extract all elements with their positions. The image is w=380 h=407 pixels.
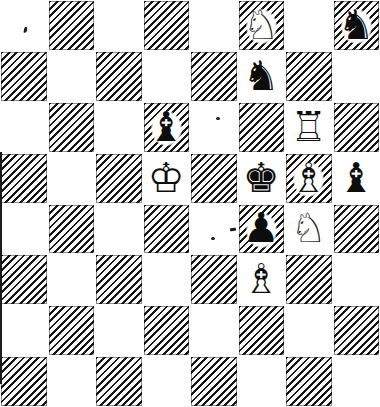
square-h5[interactable]: ♝ [333, 153, 380, 204]
square-f6[interactable] [238, 102, 286, 153]
square-c2[interactable] [95, 305, 143, 356]
square-a5[interactable] [0, 153, 48, 204]
square-f8[interactable]: ♘ [238, 0, 286, 51]
square-g7[interactable] [285, 51, 333, 102]
square-b4[interactable] [48, 204, 96, 255]
square-g5[interactable]: ♗ [285, 153, 333, 204]
square-b7[interactable] [48, 51, 96, 102]
square-h4[interactable] [333, 204, 380, 255]
square-f5[interactable]: ♚ [238, 153, 286, 204]
square-c3[interactable] [95, 254, 143, 305]
square-f4[interactable]: ♟ [238, 204, 286, 255]
square-g1[interactable] [285, 356, 333, 407]
black-knight-piece: ♞ [338, 5, 375, 46]
print-artifact [216, 117, 220, 120]
square-b3[interactable] [48, 254, 96, 305]
square-c1[interactable] [95, 356, 143, 407]
square-e2[interactable] [190, 305, 238, 356]
square-a8[interactable] [0, 0, 48, 51]
square-c8[interactable] [95, 0, 143, 51]
square-h3[interactable] [333, 254, 380, 305]
square-b5[interactable] [48, 153, 96, 204]
square-d8[interactable] [143, 0, 191, 51]
square-g2[interactable] [285, 305, 333, 356]
black-pawn-piece: ♟ [243, 208, 280, 249]
square-g8[interactable] [285, 0, 333, 51]
square-d7[interactable] [143, 51, 191, 102]
square-a6[interactable] [0, 102, 48, 153]
print-artifact [211, 237, 215, 240]
square-c5[interactable] [95, 153, 143, 204]
square-d6[interactable]: ♝ [143, 102, 191, 153]
square-e1[interactable] [190, 356, 238, 407]
square-d5[interactable]: ♔ [143, 153, 191, 204]
black-bishop-piece: ♝ [148, 107, 185, 148]
square-c7[interactable] [95, 51, 143, 102]
square-g3[interactable] [285, 254, 333, 305]
square-g6[interactable]: ♖ [285, 102, 333, 153]
square-b1[interactable] [48, 356, 96, 407]
square-h2[interactable] [333, 305, 380, 356]
square-a7[interactable] [0, 51, 48, 102]
print-artifact [0, 152, 2, 384]
white-rook-piece: ♖ [290, 107, 327, 148]
square-c6[interactable] [95, 102, 143, 153]
white-bishop-piece: ♗ [290, 158, 327, 199]
square-d4[interactable] [143, 204, 191, 255]
white-knight-piece: ♘ [243, 5, 280, 46]
square-a4[interactable] [0, 204, 48, 255]
square-f1[interactable] [238, 356, 286, 407]
square-e6[interactable] [190, 102, 238, 153]
square-h1[interactable] [333, 356, 380, 407]
square-b6[interactable] [48, 102, 96, 153]
square-a2[interactable] [0, 305, 48, 356]
square-e7[interactable] [190, 51, 238, 102]
white-knight-piece: ♘ [290, 208, 327, 249]
square-f2[interactable] [238, 305, 286, 356]
square-c4[interactable] [95, 204, 143, 255]
square-h6[interactable] [333, 102, 380, 153]
square-d2[interactable] [143, 305, 191, 356]
square-b2[interactable] [48, 305, 96, 356]
black-knight-piece: ♞ [243, 56, 280, 97]
white-king-piece: ♔ [148, 158, 185, 199]
black-bishop-piece: ♝ [338, 158, 375, 199]
square-a1[interactable] [0, 356, 48, 407]
square-f7[interactable]: ♞ [238, 51, 286, 102]
square-f3[interactable]: ♗ [238, 254, 286, 305]
chess-diagram: ♘♞♞♝♖♔♚♗♝♟♘♗ [0, 0, 380, 407]
white-bishop-piece: ♗ [243, 259, 280, 300]
chess-board: ♘♞♞♝♖♔♚♗♝♟♘♗ [0, 0, 380, 407]
black-king-piece: ♚ [243, 158, 280, 199]
square-d3[interactable] [143, 254, 191, 305]
square-h8[interactable]: ♞ [333, 0, 380, 51]
square-e5[interactable] [190, 153, 238, 204]
square-a3[interactable] [0, 254, 48, 305]
square-e8[interactable] [190, 0, 238, 51]
square-h7[interactable] [333, 51, 380, 102]
square-b8[interactable] [48, 0, 96, 51]
square-e3[interactable] [190, 254, 238, 305]
square-d1[interactable] [143, 356, 191, 407]
square-g4[interactable]: ♘ [285, 204, 333, 255]
